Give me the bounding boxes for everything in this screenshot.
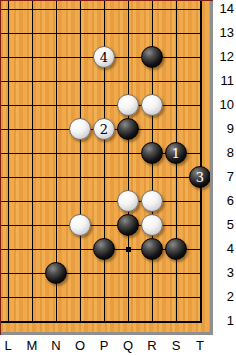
stone-white-o5 [69,214,91,236]
stone-black-p4 [93,238,115,260]
row-label-11: 11 [212,73,234,89]
grid-line-row-10 [1,105,202,106]
row-label-14: 14 [212,1,234,17]
col-label-R: R [141,338,163,354]
col-label-P: P [93,338,115,354]
grid-line-row-5 [1,225,202,226]
stone-white-r10 [141,94,163,116]
row-label-13: 13 [212,25,234,41]
row-label-6: 6 [212,193,234,209]
col-label-S: S [165,338,187,354]
stone-white-p12: 4 [93,46,115,68]
row-label-7: 7 [212,169,234,185]
stone-white-p9: 2 [93,118,115,140]
row-label-5: 5 [212,217,234,233]
grid-line-row-14 [1,9,202,10]
stone-white-q10 [117,94,139,116]
stone-black-r4 [141,238,163,260]
star-point-q4 [126,247,131,252]
stone-black-q9 [117,118,139,140]
row-label-9: 9 [212,121,234,137]
col-label-L: L [0,338,19,354]
row-label-4: 4 [212,241,234,257]
grid-line-col-M [32,1,33,323]
go-diagram-screenshot: 1324 1413121110987654321LMNOPQRST [0,0,236,356]
row-label-3: 3 [212,265,234,281]
move-number-label: 3 [196,171,204,184]
move-number-label: 2 [100,123,108,136]
row-label-1: 1 [212,313,234,329]
row-label-2: 2 [212,289,234,305]
grid-line-col-O [80,1,81,323]
stone-black-q5 [117,214,139,236]
stone-black-s4 [165,238,187,260]
stone-white-r6 [141,190,163,212]
grid-line-col-T [200,1,202,323]
grid-line-row-3 [1,273,202,274]
col-label-T: T [189,338,211,354]
row-label-12: 12 [212,49,234,65]
stone-black-s8: 1 [165,142,187,164]
stone-black-t7: 3 [189,166,210,188]
grid-line-row-11 [1,81,202,82]
grid-line-row-2 [1,297,202,298]
stone-black-r12 [141,46,163,68]
grid-line-col-L [8,1,9,323]
col-label-N: N [45,338,67,354]
col-label-O: O [69,338,91,354]
go-board[interactable]: 1324 [1,1,210,332]
stone-white-o9 [69,118,91,140]
grid-line-row-1 [1,321,202,323]
move-number-label: 1 [172,147,180,160]
row-label-8: 8 [212,145,234,161]
grid-line-row-13 [1,33,202,34]
col-label-M: M [21,338,43,354]
stone-black-n3 [45,262,67,284]
grid-line-row-7 [1,177,202,178]
stone-white-r5 [141,214,163,236]
stone-black-r8 [141,142,163,164]
row-label-10: 10 [212,97,234,113]
col-label-Q: Q [117,338,139,354]
move-number-label: 4 [100,51,108,64]
grid-line-row-6 [1,201,202,202]
grid-line-col-Q [128,1,129,323]
board-frame: 1324 [0,0,213,335]
stone-white-q6 [117,190,139,212]
